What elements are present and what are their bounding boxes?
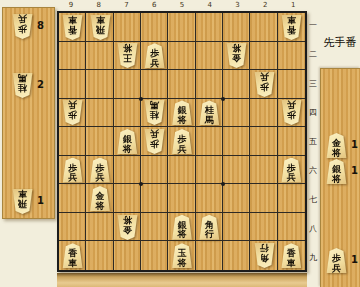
piece-kanji: 将 bbox=[123, 43, 132, 53]
square-95[interactable] bbox=[59, 127, 86, 156]
hoshi-dot bbox=[221, 97, 225, 101]
board-front-edge bbox=[57, 273, 307, 287]
piece-face: 香車 bbox=[62, 15, 83, 40]
piece-kanji: 兵 bbox=[18, 14, 27, 24]
piece-kanji: 車 bbox=[68, 259, 77, 269]
piece-face: 歩兵 bbox=[12, 14, 33, 39]
hand-piece-gote-rook[interactable]: 飛車 bbox=[12, 189, 33, 214]
piece-face: 歩兵 bbox=[62, 100, 83, 125]
piece-kanji: 香 bbox=[287, 24, 296, 34]
piece-kanji: 将 bbox=[332, 149, 341, 159]
piece-gote-knight-64[interactable]: 桂馬 bbox=[144, 100, 165, 125]
piece-kanji: 将 bbox=[96, 202, 105, 212]
square-97[interactable] bbox=[59, 184, 86, 213]
square-26[interactable] bbox=[250, 156, 277, 185]
rank-label-8: 八 bbox=[306, 214, 320, 243]
rank-label-9: 九 bbox=[306, 243, 320, 272]
piece-sente-pawn-86[interactable]: 歩兵 bbox=[90, 158, 111, 183]
piece-kanji: 歩 bbox=[287, 110, 296, 120]
square-28[interactable] bbox=[250, 213, 277, 242]
piece-face: 角行 bbox=[199, 215, 220, 240]
square-51[interactable] bbox=[168, 13, 195, 42]
piece-kanji: 歩 bbox=[68, 110, 77, 120]
piece-gote-bishop-29[interactable]: 角行 bbox=[254, 243, 275, 268]
piece-face: 歩兵 bbox=[144, 43, 165, 68]
piece-face: 香車 bbox=[62, 243, 83, 268]
piece-face: 歩兵 bbox=[90, 158, 111, 183]
file-label-9: 9 bbox=[57, 0, 85, 10]
piece-kanji: 飛 bbox=[18, 199, 27, 209]
hand-count-sente-silver: 1 bbox=[351, 165, 358, 176]
piece-face: 王将 bbox=[117, 43, 138, 68]
square-34[interactable] bbox=[223, 99, 250, 128]
turn-indicator: 先手番 bbox=[320, 36, 360, 50]
square-33[interactable] bbox=[223, 70, 250, 99]
piece-kanji: 兵 bbox=[68, 100, 77, 110]
square-98[interactable] bbox=[59, 213, 86, 242]
square-88[interactable] bbox=[86, 213, 113, 242]
piece-sente-lance-19[interactable]: 香車 bbox=[281, 243, 302, 268]
square-52[interactable] bbox=[168, 42, 195, 71]
piece-sente-silver-54[interactable]: 銀将 bbox=[172, 100, 193, 125]
square-57[interactable] bbox=[168, 184, 195, 213]
piece-sente-pawn-16[interactable]: 歩兵 bbox=[281, 158, 302, 183]
piece-face: 銀将 bbox=[172, 215, 193, 240]
square-73[interactable] bbox=[114, 70, 141, 99]
hoshi-dot bbox=[139, 182, 143, 186]
hand-count-sente-gold: 1 bbox=[351, 139, 358, 150]
piece-sente-pawn-55[interactable]: 歩兵 bbox=[172, 129, 193, 154]
square-76[interactable] bbox=[114, 156, 141, 185]
hand-piece-gote-knight[interactable]: 桂馬 bbox=[12, 73, 33, 98]
rank-label-3: 三 bbox=[306, 69, 320, 98]
piece-gote-pawn-94[interactable]: 歩兵 bbox=[62, 100, 83, 125]
gote-piece-stand: 歩兵8桂馬2飛車1 bbox=[2, 7, 55, 219]
square-63[interactable] bbox=[141, 70, 168, 99]
piece-face: 歩兵 bbox=[281, 100, 302, 125]
square-27[interactable] bbox=[250, 184, 277, 213]
square-35[interactable] bbox=[223, 127, 250, 156]
piece-kanji: 兵 bbox=[150, 129, 159, 139]
piece-face: 桂馬 bbox=[199, 100, 220, 125]
piece-kanji: 将 bbox=[232, 43, 241, 53]
piece-face: 金将 bbox=[326, 133, 347, 158]
file-label-1: 1 bbox=[279, 0, 307, 10]
piece-gote-gold-32[interactable]: 金将 bbox=[226, 43, 247, 68]
piece-face: 歩兵 bbox=[144, 129, 165, 154]
square-53[interactable] bbox=[168, 70, 195, 99]
square-74[interactable] bbox=[114, 99, 141, 128]
piece-face: 香車 bbox=[281, 243, 302, 268]
file-label-3: 3 bbox=[224, 0, 252, 10]
piece-kanji: 馬 bbox=[205, 116, 214, 126]
rank-label-1: 一 bbox=[306, 11, 320, 40]
square-77[interactable] bbox=[114, 184, 141, 213]
square-12[interactable] bbox=[278, 42, 305, 71]
piece-face: 桂馬 bbox=[144, 100, 165, 125]
piece-kanji: 兵 bbox=[332, 264, 341, 274]
square-71[interactable] bbox=[114, 13, 141, 42]
hand-piece-sente-silver[interactable]: 銀将 bbox=[326, 159, 347, 184]
piece-kanji: 桂 bbox=[18, 83, 27, 93]
square-92[interactable] bbox=[59, 42, 86, 71]
square-31[interactable] bbox=[223, 13, 250, 42]
square-15[interactable] bbox=[278, 127, 305, 156]
piece-sente-gold-87[interactable]: 金将 bbox=[90, 186, 111, 211]
piece-sente-lance-99[interactable]: 香車 bbox=[62, 243, 83, 268]
piece-kanji: 馬 bbox=[150, 100, 159, 110]
rank-label-5: 五 bbox=[306, 127, 320, 156]
square-46[interactable] bbox=[196, 156, 223, 185]
piece-face: 飛車 bbox=[90, 15, 111, 40]
piece-gote-rook-81[interactable]: 飛車 bbox=[90, 15, 111, 40]
piece-face: 歩兵 bbox=[254, 72, 275, 97]
square-67[interactable] bbox=[141, 184, 168, 213]
square-85[interactable] bbox=[86, 127, 113, 156]
square-83[interactable] bbox=[86, 70, 113, 99]
piece-kanji: 兵 bbox=[287, 100, 296, 110]
square-66[interactable] bbox=[141, 156, 168, 185]
piece-kanji: 車 bbox=[18, 189, 27, 199]
piece-gote-king-72[interactable]: 王将 bbox=[117, 43, 138, 68]
piece-sente-silver-58[interactable]: 銀将 bbox=[172, 215, 193, 240]
piece-kanji: 金 bbox=[232, 53, 241, 63]
square-39[interactable] bbox=[223, 241, 250, 270]
piece-gote-pawn-14[interactable]: 歩兵 bbox=[281, 100, 302, 125]
piece-kanji: 車 bbox=[287, 15, 296, 25]
square-47[interactable] bbox=[196, 184, 223, 213]
piece-sente-knight-44[interactable]: 桂馬 bbox=[199, 100, 220, 125]
file-label-4: 4 bbox=[196, 0, 224, 10]
rank-label-6: 六 bbox=[306, 156, 320, 185]
square-38[interactable] bbox=[223, 213, 250, 242]
piece-kanji: 飛 bbox=[96, 24, 105, 34]
file-label-8: 8 bbox=[85, 0, 113, 10]
square-21[interactable] bbox=[250, 13, 277, 42]
piece-kanji: 金 bbox=[123, 224, 132, 234]
piece-face: 銀将 bbox=[117, 129, 138, 154]
hand-count-gote-knight: 2 bbox=[37, 79, 44, 90]
shogi-board: 香車飛車香車王将歩兵金将歩兵歩兵桂馬銀将桂馬歩兵銀将歩兵歩兵歩兵歩兵歩兵金将金将… bbox=[57, 11, 307, 272]
piece-face: 角行 bbox=[254, 243, 275, 268]
file-labels: 987654321 bbox=[57, 0, 307, 10]
piece-face: 歩兵 bbox=[326, 248, 347, 273]
square-43[interactable] bbox=[196, 70, 223, 99]
hand-piece-sente-pawn[interactable]: 歩兵 bbox=[326, 248, 347, 273]
piece-kanji: 兵 bbox=[150, 59, 159, 69]
square-68[interactable] bbox=[141, 213, 168, 242]
square-93[interactable] bbox=[59, 70, 86, 99]
piece-face: 歩兵 bbox=[62, 158, 83, 183]
piece-kanji: 将 bbox=[178, 259, 187, 269]
hand-count-gote-pawn: 8 bbox=[37, 20, 44, 31]
hand-count-sente-pawn: 1 bbox=[351, 254, 358, 265]
piece-face: 歩兵 bbox=[172, 129, 193, 154]
square-25[interactable] bbox=[250, 127, 277, 156]
square-49[interactable] bbox=[196, 241, 223, 270]
rank-label-7: 七 bbox=[306, 185, 320, 214]
file-label-7: 7 bbox=[113, 0, 141, 10]
hoshi-dot bbox=[221, 182, 225, 186]
piece-kanji: 王 bbox=[123, 53, 132, 63]
piece-sente-silver-75[interactable]: 銀将 bbox=[117, 129, 138, 154]
piece-face: 銀将 bbox=[172, 100, 193, 125]
square-69[interactable] bbox=[141, 241, 168, 270]
piece-kanji: 歩 bbox=[150, 139, 159, 149]
piece-kanji: 桂 bbox=[150, 110, 159, 120]
piece-kanji: 将 bbox=[178, 230, 187, 240]
piece-sente-king-59[interactable]: 玉将 bbox=[172, 243, 193, 268]
piece-kanji: 角 bbox=[260, 253, 269, 263]
square-18[interactable] bbox=[278, 213, 305, 242]
piece-kanji: 兵 bbox=[287, 173, 296, 183]
piece-gote-lance-11[interactable]: 香車 bbox=[281, 15, 302, 40]
piece-face: 金将 bbox=[117, 215, 138, 240]
piece-face: 金将 bbox=[90, 186, 111, 211]
piece-kanji: 将 bbox=[123, 215, 132, 225]
piece-gote-pawn-23[interactable]: 歩兵 bbox=[254, 72, 275, 97]
square-89[interactable] bbox=[86, 241, 113, 270]
square-17[interactable] bbox=[278, 184, 305, 213]
square-13[interactable] bbox=[278, 70, 305, 99]
hoshi-dot bbox=[139, 97, 143, 101]
sente-piece-stand: 金将1銀将1歩兵1 bbox=[320, 68, 360, 287]
piece-face: 飛車 bbox=[12, 189, 33, 214]
square-45[interactable] bbox=[196, 127, 223, 156]
piece-kanji: 兵 bbox=[178, 145, 187, 155]
piece-kanji: 車 bbox=[96, 15, 105, 25]
piece-kanji: 行 bbox=[260, 243, 269, 253]
file-label-6: 6 bbox=[140, 0, 168, 10]
piece-gote-lance-91[interactable]: 香車 bbox=[62, 15, 83, 40]
file-label-5: 5 bbox=[168, 0, 196, 10]
piece-face: 金将 bbox=[226, 43, 247, 68]
square-79[interactable] bbox=[114, 241, 141, 270]
piece-kanji: 車 bbox=[68, 15, 77, 25]
piece-face: 玉将 bbox=[172, 243, 193, 268]
rank-label-4: 四 bbox=[306, 98, 320, 127]
piece-face: 歩兵 bbox=[281, 158, 302, 183]
piece-kanji: 馬 bbox=[18, 73, 27, 83]
piece-face: 香車 bbox=[281, 15, 302, 40]
square-24[interactable] bbox=[250, 99, 277, 128]
square-56[interactable] bbox=[168, 156, 195, 185]
piece-gote-gold-78[interactable]: 金将 bbox=[117, 215, 138, 240]
square-37[interactable] bbox=[223, 184, 250, 213]
piece-sente-bishop-48[interactable]: 角行 bbox=[199, 215, 220, 240]
square-84[interactable] bbox=[86, 99, 113, 128]
square-82[interactable] bbox=[86, 42, 113, 71]
square-36[interactable] bbox=[223, 156, 250, 185]
piece-sente-pawn-96[interactable]: 歩兵 bbox=[62, 158, 83, 183]
square-41[interactable] bbox=[196, 13, 223, 42]
piece-kanji: 将 bbox=[178, 116, 187, 126]
hand-piece-sente-gold[interactable]: 金将 bbox=[326, 133, 347, 158]
piece-kanji: 兵 bbox=[68, 173, 77, 183]
file-label-2: 2 bbox=[251, 0, 279, 10]
piece-kanji: 兵 bbox=[96, 173, 105, 183]
piece-kanji: 香 bbox=[68, 24, 77, 34]
rank-labels: 一二三四五六七八九 bbox=[306, 11, 320, 272]
piece-kanji: 将 bbox=[332, 175, 341, 185]
square-42[interactable] bbox=[196, 42, 223, 71]
piece-face: 銀将 bbox=[326, 159, 347, 184]
piece-face: 桂馬 bbox=[12, 73, 33, 98]
piece-kanji: 歩 bbox=[260, 81, 269, 91]
piece-sente-pawn-62[interactable]: 歩兵 bbox=[144, 43, 165, 68]
rank-label-2: 二 bbox=[306, 40, 320, 69]
piece-kanji: 将 bbox=[123, 145, 132, 155]
square-61[interactable] bbox=[141, 13, 168, 42]
piece-kanji: 兵 bbox=[260, 72, 269, 82]
piece-kanji: 行 bbox=[205, 230, 214, 240]
square-22[interactable] bbox=[250, 42, 277, 71]
piece-kanji: 車 bbox=[287, 259, 296, 269]
hand-piece-gote-pawn[interactable]: 歩兵 bbox=[12, 14, 33, 39]
piece-kanji: 歩 bbox=[18, 24, 27, 34]
piece-gote-pawn-65[interactable]: 歩兵 bbox=[144, 129, 165, 154]
hand-count-gote-rook: 1 bbox=[37, 195, 44, 206]
